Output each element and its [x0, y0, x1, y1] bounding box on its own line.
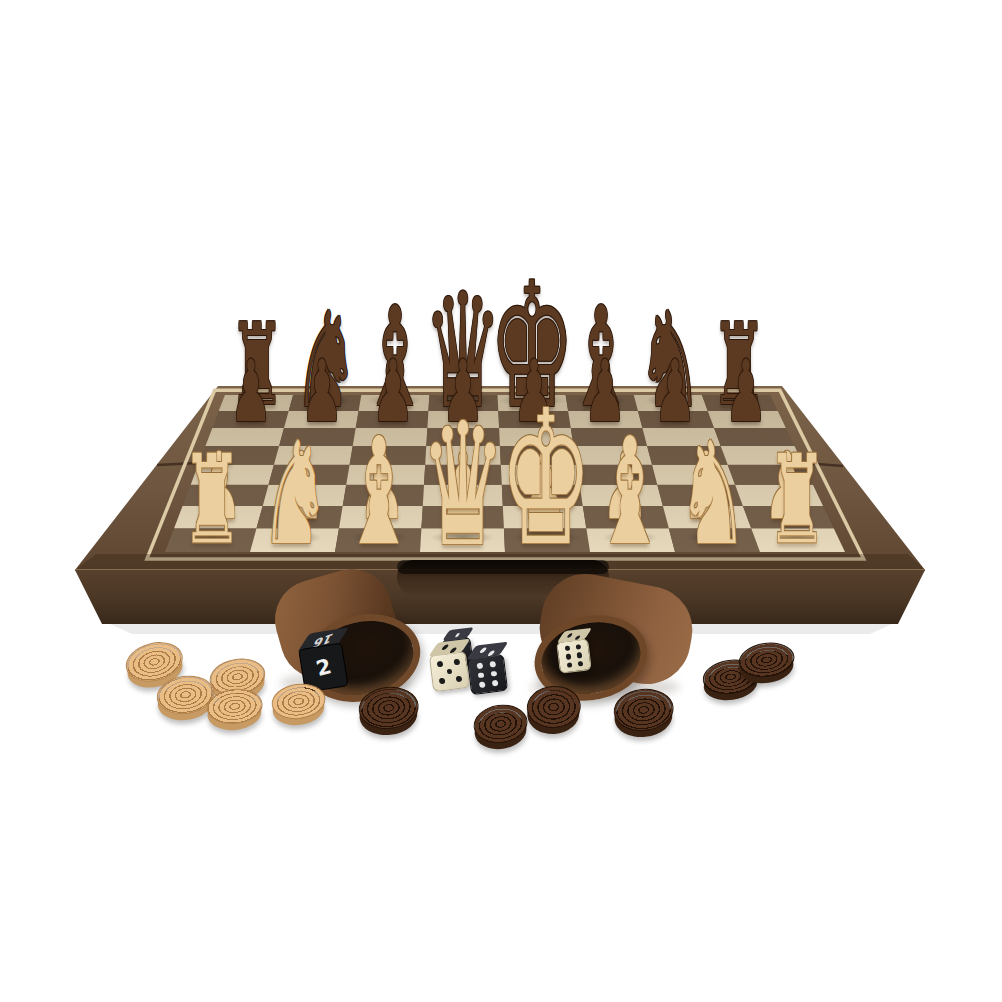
die-pip	[566, 654, 572, 660]
light-checker-4	[205, 686, 263, 732]
accessories-layer: 16 2	[0, 0, 1002, 1002]
die-pip	[487, 651, 495, 657]
die-top-face	[467, 642, 509, 660]
dark-checker-3	[525, 684, 580, 736]
dark-checker-6	[736, 639, 795, 686]
die-pip	[575, 644, 581, 650]
die-pip	[567, 662, 573, 668]
die-pip	[479, 647, 487, 653]
die-pip	[436, 661, 443, 668]
dark-checker-1	[357, 684, 420, 738]
die-pip	[490, 670, 497, 677]
product-photo-stage: ♜♞♝♛♚♝♞♜♟♟♟♟♟♟♟♟♟♟♟♟♟♟♟♟♜♞♝♛♚♝♞♜ 16 2	[0, 0, 1002, 1002]
doubling-cube-front-value: 2	[313, 654, 333, 681]
dark-checker-4	[612, 686, 675, 740]
die-pip	[478, 672, 485, 679]
white-die-4	[556, 638, 592, 674]
die-pip	[567, 633, 574, 638]
die-pip	[479, 682, 486, 689]
die-pip	[492, 680, 499, 687]
white-die-2	[429, 651, 470, 692]
die-pip	[441, 644, 449, 650]
die-pip	[578, 661, 584, 667]
die-pip	[477, 662, 484, 669]
black-die-3	[467, 654, 508, 695]
die-pip	[574, 636, 581, 641]
die-pip	[565, 645, 571, 651]
die-pip	[454, 658, 461, 665]
die-pip	[446, 668, 453, 675]
light-checker-5	[269, 680, 326, 728]
die-pip	[439, 678, 446, 685]
die-pip	[489, 661, 496, 668]
die-pip	[577, 652, 583, 658]
die-pip	[449, 648, 457, 654]
die-pip	[454, 633, 460, 638]
die-pip	[456, 676, 463, 683]
die-top-face	[429, 639, 471, 657]
dark-checker-2	[471, 702, 529, 753]
